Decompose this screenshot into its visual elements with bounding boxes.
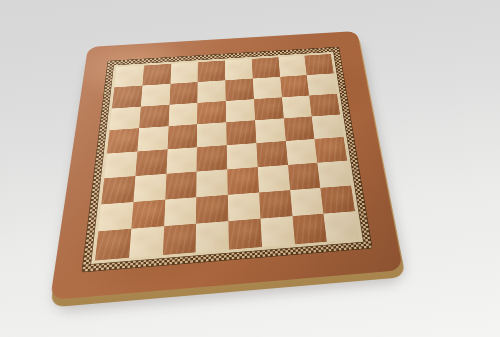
square-f1 — [260, 216, 294, 247]
square-g6 — [282, 95, 312, 118]
square-c3 — [165, 171, 197, 199]
photo-scene — [0, 0, 500, 337]
square-d7 — [198, 80, 226, 102]
square-e5 — [226, 120, 256, 145]
square-a4 — [104, 151, 137, 178]
square-e4 — [227, 143, 258, 169]
square-g7 — [280, 75, 309, 97]
square-a6 — [110, 106, 141, 130]
square-f6 — [254, 97, 284, 120]
square-e8 — [225, 59, 253, 80]
square-g8 — [278, 56, 307, 77]
square-g3 — [288, 163, 321, 190]
square-d6 — [197, 101, 226, 125]
square-g5 — [283, 117, 314, 141]
square-f3 — [257, 165, 289, 192]
square-a3 — [101, 176, 135, 204]
square-h5 — [312, 115, 344, 139]
square-d2 — [196, 195, 228, 224]
square-a8 — [114, 66, 144, 88]
square-b7 — [141, 84, 170, 107]
square-a1 — [95, 229, 131, 261]
square-b3 — [133, 174, 166, 202]
square-e7 — [225, 78, 253, 100]
square-g2 — [290, 188, 324, 217]
square-f5 — [255, 118, 286, 143]
square-b8 — [142, 64, 171, 86]
square-h2 — [320, 185, 355, 214]
square-c8 — [170, 62, 198, 83]
square-d5 — [197, 122, 227, 147]
square-h6 — [309, 93, 340, 116]
square-c1 — [162, 224, 196, 255]
square-h8 — [304, 54, 333, 75]
square-c7 — [169, 82, 198, 105]
square-e6 — [226, 99, 255, 122]
square-g4 — [285, 139, 317, 165]
square-a7 — [112, 85, 142, 108]
square-g1 — [292, 214, 327, 244]
square-a2 — [98, 202, 133, 232]
square-h3 — [317, 160, 351, 187]
square-f7 — [253, 77, 282, 99]
square-d4 — [197, 145, 227, 171]
square-f8 — [252, 57, 280, 78]
square-h4 — [315, 137, 348, 163]
square-a5 — [107, 128, 139, 153]
square-b1 — [129, 226, 164, 257]
square-b2 — [131, 199, 165, 229]
square-e2 — [228, 192, 261, 221]
square-f4 — [256, 141, 287, 167]
chessboard — [50, 31, 403, 300]
square-d3 — [196, 169, 227, 197]
square-c6 — [168, 103, 197, 127]
square-c2 — [164, 197, 197, 226]
square-f2 — [259, 190, 292, 219]
square-d1 — [196, 221, 229, 252]
square-b5 — [137, 126, 168, 151]
square-h7 — [307, 73, 337, 95]
square-e1 — [228, 219, 262, 250]
square-h1 — [324, 211, 360, 241]
square-c4 — [166, 147, 197, 173]
squares-grid — [95, 54, 359, 261]
square-b6 — [139, 104, 169, 128]
square-b4 — [135, 149, 167, 176]
square-e3 — [227, 167, 259, 195]
square-c5 — [167, 124, 197, 149]
square-d8 — [198, 61, 225, 82]
